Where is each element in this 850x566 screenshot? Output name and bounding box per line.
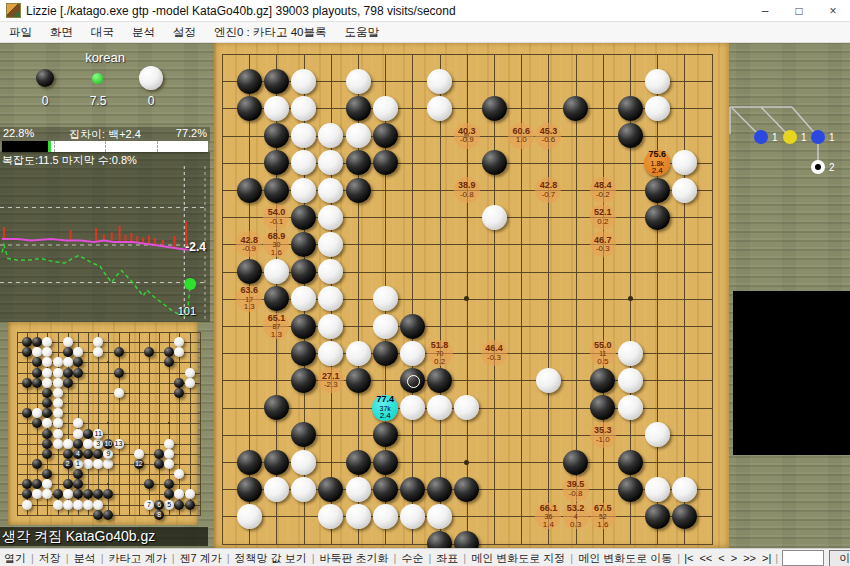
black-stone bbox=[154, 449, 164, 459]
black-stone bbox=[427, 368, 452, 393]
black-stone bbox=[73, 357, 83, 367]
black-stone bbox=[42, 408, 52, 418]
close-button[interactable]: × bbox=[816, 0, 850, 21]
white-stone bbox=[536, 368, 561, 393]
black-stone bbox=[164, 357, 174, 367]
black-stone bbox=[291, 368, 316, 393]
black-stone bbox=[318, 477, 343, 502]
variation-subboard[interactable]: 12345678910111213 bbox=[8, 322, 198, 525]
black-stone bbox=[93, 489, 103, 499]
black-stone bbox=[264, 123, 289, 148]
black-stone bbox=[264, 450, 289, 475]
candidate-move[interactable]: 48.4-0.2 bbox=[590, 177, 616, 203]
best-candidate-move[interactable]: 77.437k2.4 bbox=[372, 395, 398, 421]
candidate-move[interactable]: 45.3-0.6 bbox=[535, 123, 561, 149]
variation-stone: 12 bbox=[134, 459, 144, 469]
black-stone bbox=[42, 439, 52, 449]
variation-stone: 6 bbox=[154, 500, 164, 510]
candidate-move[interactable]: 65.1871.3 bbox=[263, 313, 289, 339]
black-stone bbox=[32, 378, 42, 388]
black-stone bbox=[164, 479, 174, 489]
white-stone bbox=[93, 459, 103, 469]
candidate-move[interactable]: 60.61.0 bbox=[508, 123, 534, 149]
black-stone bbox=[63, 449, 73, 459]
black-stone bbox=[114, 347, 124, 357]
black-stone bbox=[373, 123, 398, 148]
white-stone bbox=[134, 449, 144, 459]
grid-line bbox=[684, 54, 685, 545]
toolbar-button-4[interactable]: 젠7 계가 bbox=[176, 551, 226, 566]
candidate-move[interactable]: 35.3-1.0 bbox=[590, 422, 616, 448]
white-capture-count: 0 bbox=[136, 94, 166, 108]
black-stone bbox=[73, 368, 83, 378]
black-stone bbox=[645, 205, 670, 230]
white-stone bbox=[103, 459, 113, 469]
black-capture-count: 0 bbox=[30, 94, 60, 108]
white-stone bbox=[63, 357, 73, 367]
white-stone bbox=[32, 347, 42, 357]
winrate-bar-black bbox=[2, 141, 49, 152]
white-stone bbox=[73, 347, 83, 357]
main-go-board[interactable]: 40.3-0.960.61.045.3-0.638.9-0.842.8-0.74… bbox=[214, 42, 729, 548]
white-stone bbox=[63, 439, 73, 449]
black-stone bbox=[174, 378, 184, 388]
toolbar-button-2[interactable]: 분석 bbox=[70, 551, 100, 566]
black-stone bbox=[103, 510, 113, 520]
white-stone bbox=[174, 337, 184, 347]
white-stone bbox=[373, 96, 398, 121]
nav-button-2[interactable]: < bbox=[715, 552, 727, 564]
menu-item-4[interactable]: 설정 bbox=[164, 25, 205, 40]
variation-stone: 11 bbox=[93, 429, 103, 439]
grid-line bbox=[222, 516, 713, 517]
grid-line bbox=[119, 332, 120, 516]
candidate-move[interactable]: 52.10.2 bbox=[590, 204, 616, 230]
bottom-toolbar: 열기|저장|분석|카타고 계가|젠7 계가|정책망 값 보기|바둑판 초기화|수… bbox=[0, 548, 850, 566]
black-stone bbox=[144, 347, 154, 357]
white-stone bbox=[427, 96, 452, 121]
candidate-move[interactable]: 40.3-0.9 bbox=[454, 123, 480, 149]
candidate-move[interactable]: 53.240.3 bbox=[563, 503, 589, 529]
black-stone bbox=[346, 450, 371, 475]
black-stone bbox=[291, 232, 316, 257]
menu-item-2[interactable]: 대국 bbox=[82, 25, 123, 40]
black-stone bbox=[83, 449, 93, 459]
white-stone bbox=[83, 500, 93, 510]
white-stone bbox=[346, 504, 371, 529]
move-number-input[interactable] bbox=[782, 550, 824, 566]
toolbar-button-5[interactable]: 정책망 값 보기 bbox=[231, 551, 311, 566]
black-stone bbox=[42, 398, 52, 408]
black-stone bbox=[373, 341, 398, 366]
black-stone bbox=[237, 259, 262, 284]
variation-stone: 4 bbox=[73, 449, 83, 459]
candidate-move[interactable]: 42.8-0.7 bbox=[535, 177, 561, 203]
variation-tree[interactable]: 1112 bbox=[730, 42, 850, 292]
engine-status-label: 생각 켜짐 KataGo40b.gz bbox=[0, 527, 208, 546]
black-stone bbox=[93, 510, 103, 520]
black-stone bbox=[454, 477, 479, 502]
white-stone bbox=[427, 395, 452, 420]
white-stone bbox=[482, 205, 507, 230]
black-stone bbox=[346, 150, 371, 175]
black-stone bbox=[103, 489, 113, 499]
minimize-button[interactable]: – bbox=[748, 0, 782, 21]
white-stone bbox=[53, 388, 63, 398]
maximize-button[interactable]: □ bbox=[782, 0, 816, 21]
black-stone bbox=[672, 504, 697, 529]
black-stone bbox=[400, 477, 425, 502]
variation-stone: 9 bbox=[103, 449, 113, 459]
toolbar-button-0[interactable]: 열기 bbox=[0, 551, 30, 566]
toolbar-button-8[interactable]: 좌표 bbox=[432, 551, 462, 566]
black-stone bbox=[618, 123, 643, 148]
variation-stone: 3 bbox=[93, 439, 103, 449]
white-stone bbox=[164, 449, 174, 459]
black-stone bbox=[346, 178, 371, 203]
white-stone bbox=[618, 395, 643, 420]
white-stone bbox=[264, 477, 289, 502]
komi-dot bbox=[92, 73, 103, 84]
white-stone bbox=[42, 479, 52, 489]
grid-line bbox=[179, 332, 180, 516]
winrate-text-row: 22.8% 집차이: 백+2.4 77.2% bbox=[0, 127, 210, 141]
white-capture-stone bbox=[139, 66, 163, 90]
white-stone bbox=[400, 341, 425, 366]
candidate-move[interactable]: 63.6171.3 bbox=[236, 286, 262, 312]
white-stone bbox=[318, 314, 343, 339]
menu-item-6[interactable]: 도움말 bbox=[335, 25, 388, 40]
nav-button-5[interactable]: >| bbox=[759, 552, 774, 564]
white-stone bbox=[42, 378, 52, 388]
white-stone bbox=[427, 69, 452, 94]
white-stone bbox=[53, 368, 63, 378]
black-stone bbox=[264, 178, 289, 203]
white-stone bbox=[185, 489, 195, 499]
menu-item-1[interactable]: 화면 bbox=[41, 25, 82, 40]
black-stone bbox=[22, 378, 32, 388]
candidate-move[interactable]: 51.8700.2 bbox=[427, 340, 453, 366]
white-stone bbox=[400, 504, 425, 529]
white-stone bbox=[53, 378, 63, 388]
black-stone bbox=[590, 368, 615, 393]
black-stone bbox=[22, 489, 32, 499]
white-stone bbox=[53, 429, 63, 439]
white-stone bbox=[32, 408, 42, 418]
title-bar: Lizzie [./katago.exe gtp -model KataGo40… bbox=[0, 0, 850, 22]
star-point bbox=[464, 460, 469, 465]
white-stone bbox=[185, 378, 195, 388]
white-stone bbox=[373, 286, 398, 311]
black-stone bbox=[237, 96, 262, 121]
black-stone bbox=[42, 449, 52, 459]
white-stone bbox=[373, 504, 398, 529]
black-stone bbox=[291, 205, 316, 230]
candidate-move[interactable]: 39.5-0.8 bbox=[563, 476, 589, 502]
nav-button-3[interactable]: > bbox=[728, 552, 740, 564]
tree-node[interactable] bbox=[811, 130, 825, 144]
alt-candidate-move[interactable]: 75.61.8k2.4 bbox=[644, 150, 670, 176]
variation-stone: 10 bbox=[103, 439, 113, 449]
white-stone bbox=[164, 459, 174, 469]
black-stone bbox=[237, 178, 262, 203]
winrate-bar-tick bbox=[54, 141, 55, 152]
white-stone bbox=[291, 123, 316, 148]
rule-label: korean bbox=[0, 50, 210, 65]
grid-line bbox=[129, 332, 130, 516]
white-stone bbox=[318, 205, 343, 230]
grid-line bbox=[200, 332, 201, 516]
black-stone bbox=[346, 368, 371, 393]
white-stone bbox=[53, 439, 63, 449]
toolbar-button-9[interactable]: 메인 변화도로 지정 bbox=[467, 551, 569, 566]
white-stone bbox=[618, 368, 643, 393]
white-stone bbox=[318, 150, 343, 175]
black-stone bbox=[237, 477, 262, 502]
black-stone bbox=[427, 477, 452, 502]
black-capture-stone bbox=[36, 69, 54, 87]
last-move-marker bbox=[407, 375, 420, 388]
variation-stone: 8 bbox=[154, 510, 164, 520]
white-stone bbox=[672, 150, 697, 175]
black-stone bbox=[264, 286, 289, 311]
white-stone bbox=[22, 500, 32, 510]
grid-line bbox=[603, 54, 604, 545]
black-stone bbox=[22, 347, 32, 357]
app-icon bbox=[6, 3, 21, 18]
white-stone bbox=[318, 259, 343, 284]
nav-button-0[interactable]: |< bbox=[681, 552, 696, 564]
white-stone bbox=[346, 477, 371, 502]
white-stone bbox=[53, 418, 63, 428]
nav-button-1[interactable]: << bbox=[696, 552, 715, 564]
grid-line bbox=[159, 332, 160, 516]
grid-line bbox=[494, 54, 495, 545]
menu-item-3[interactable]: 분석 bbox=[123, 25, 164, 40]
white-stone bbox=[42, 368, 52, 378]
complexity-stats: 복잡도:11.5 마지막 수:0.8% bbox=[0, 152, 210, 168]
nav-button-4[interactable]: >> bbox=[740, 552, 759, 564]
toolbar-button-3[interactable]: 카타고 계가 bbox=[105, 551, 171, 566]
candidate-move[interactable]: 42.8-0.9 bbox=[236, 231, 262, 257]
white-stone bbox=[93, 347, 103, 357]
white-stone bbox=[373, 314, 398, 339]
white-stone bbox=[174, 489, 184, 499]
white-stone bbox=[53, 357, 63, 367]
white-stone bbox=[318, 232, 343, 257]
grid-line bbox=[712, 54, 713, 545]
star-point bbox=[464, 296, 469, 301]
white-stone bbox=[291, 178, 316, 203]
white-stone bbox=[32, 489, 42, 499]
graph-move-number: 101 bbox=[178, 305, 196, 317]
black-stone bbox=[645, 178, 670, 203]
winrate-bar-tick bbox=[157, 141, 158, 152]
menu-item-5[interactable]: 엔진0 : 카타고 40블록 bbox=[205, 25, 335, 40]
white-stone bbox=[645, 422, 670, 447]
black-stone bbox=[291, 422, 316, 447]
black-stone bbox=[174, 388, 184, 398]
white-stone bbox=[185, 368, 195, 378]
grid-line bbox=[190, 332, 191, 516]
white-stone bbox=[53, 500, 63, 510]
black-stone bbox=[144, 479, 154, 489]
black-stone bbox=[42, 469, 52, 479]
black-stone bbox=[264, 150, 289, 175]
variation-stone: 7 bbox=[144, 500, 154, 510]
variation-stone: 13 bbox=[114, 439, 124, 449]
white-stone bbox=[73, 429, 83, 439]
black-stone bbox=[237, 69, 262, 94]
comment-area bbox=[733, 291, 850, 455]
black-stone bbox=[63, 368, 73, 378]
white-stone bbox=[318, 341, 343, 366]
white-stone bbox=[291, 450, 316, 475]
white-stone bbox=[427, 504, 452, 529]
white-stone bbox=[400, 395, 425, 420]
svg-text:2: 2 bbox=[829, 162, 835, 173]
tree-node[interactable] bbox=[815, 164, 821, 170]
white-stone bbox=[346, 69, 371, 94]
toolbar-button-1[interactable]: 저장 bbox=[35, 551, 65, 566]
white-stone bbox=[174, 469, 184, 479]
winrate-bar-marker bbox=[48, 141, 51, 152]
white-stone bbox=[346, 341, 371, 366]
black-stone bbox=[237, 450, 262, 475]
go-to-move-button[interactable]: 이동 bbox=[829, 550, 850, 566]
white-stone bbox=[83, 439, 93, 449]
black-stone bbox=[32, 357, 42, 367]
menu-item-0[interactable]: 파일 bbox=[0, 25, 41, 40]
white-stone bbox=[73, 500, 83, 510]
black-stone bbox=[114, 368, 124, 378]
candidate-move[interactable]: 66.1361.4 bbox=[535, 503, 561, 529]
candidate-move[interactable]: 54.0-0.1 bbox=[263, 204, 289, 230]
white-stone bbox=[63, 500, 73, 510]
graph-score-label: -2.4 bbox=[185, 240, 206, 254]
svg-text:1: 1 bbox=[772, 132, 778, 143]
variation-stone: 1 bbox=[73, 459, 83, 469]
black-stone bbox=[32, 459, 42, 469]
black-stone bbox=[373, 150, 398, 175]
black-stone bbox=[32, 337, 42, 347]
white-stone bbox=[53, 408, 63, 418]
white-stone bbox=[264, 96, 289, 121]
toolbar-button-7[interactable]: 수순 bbox=[397, 551, 427, 566]
variation-stone: 5 bbox=[164, 500, 174, 510]
black-stone bbox=[73, 469, 83, 479]
black-stone bbox=[93, 449, 103, 459]
black-stone bbox=[164, 347, 174, 357]
white-stone bbox=[672, 477, 697, 502]
tree-node[interactable] bbox=[754, 130, 768, 144]
black-stone bbox=[63, 479, 73, 489]
game-info-panel: korean 0 7.5 0 bbox=[0, 42, 210, 127]
white-stone bbox=[645, 96, 670, 121]
white-stone bbox=[42, 489, 52, 499]
black-stone bbox=[53, 489, 63, 499]
white-stone bbox=[318, 178, 343, 203]
white-stone bbox=[291, 286, 316, 311]
black-stone bbox=[73, 479, 83, 489]
window-title: Lizzie [./katago.exe gtp -model KataGo40… bbox=[26, 4, 456, 18]
black-stone bbox=[563, 450, 588, 475]
white-stone bbox=[42, 357, 52, 367]
toolbar-separator: | bbox=[774, 552, 779, 564]
white-stone bbox=[42, 347, 52, 357]
black-stone bbox=[618, 477, 643, 502]
white-stone bbox=[291, 69, 316, 94]
candidate-move[interactable]: 46.7-0.3 bbox=[590, 231, 616, 257]
white-stone bbox=[672, 178, 697, 203]
white-stone bbox=[318, 123, 343, 148]
black-stone bbox=[291, 259, 316, 284]
black-stone bbox=[83, 489, 93, 499]
white-stone bbox=[291, 477, 316, 502]
candidate-move[interactable]: 55.0110.5 bbox=[590, 340, 616, 366]
graph-plot bbox=[0, 152, 210, 322]
candidate-move[interactable]: 68.9301.6 bbox=[263, 231, 289, 257]
black-stone bbox=[482, 96, 507, 121]
black-stone bbox=[482, 150, 507, 175]
candidate-move[interactable]: 67.5521.6 bbox=[590, 503, 616, 529]
black-stone bbox=[563, 96, 588, 121]
black-stone bbox=[264, 69, 289, 94]
toolbar-button-10[interactable]: 메인 변화도로 이동 bbox=[574, 551, 676, 566]
winrate-bar-tick bbox=[105, 141, 106, 152]
white-stone bbox=[318, 504, 343, 529]
lizzie-window: { "window": { "title": "Lizzie [./katago… bbox=[0, 0, 850, 566]
star-point bbox=[628, 296, 633, 301]
black-stone bbox=[22, 337, 32, 347]
tree-node[interactable] bbox=[783, 130, 797, 144]
candidate-move[interactable]: 38.9-0.8 bbox=[454, 177, 480, 203]
variation-stone: 2 bbox=[63, 459, 73, 469]
svg-text:1: 1 bbox=[801, 132, 807, 143]
white-stone bbox=[618, 341, 643, 366]
winrate-graph[interactable]: 복잡도:11.5 마지막 수:0.8% -2.4 101 bbox=[0, 152, 210, 322]
white-stone bbox=[114, 388, 124, 398]
white-stone bbox=[42, 337, 52, 347]
white-stone bbox=[645, 477, 670, 502]
white-stone bbox=[164, 439, 174, 449]
black-stone bbox=[83, 429, 93, 439]
winrate-bar bbox=[2, 141, 208, 152]
candidate-move[interactable]: 46.4-0.3 bbox=[481, 340, 507, 366]
black-stone bbox=[645, 504, 670, 529]
white-stone bbox=[42, 418, 52, 428]
toolbar-button-6[interactable]: 바둑판 초기화 bbox=[316, 551, 393, 566]
white-stone bbox=[83, 459, 93, 469]
black-stone bbox=[73, 439, 83, 449]
candidate-move[interactable]: 27.1-2.3 bbox=[318, 367, 344, 393]
white-stone bbox=[264, 259, 289, 284]
white-stone bbox=[53, 398, 63, 408]
black-stone bbox=[22, 408, 32, 418]
white-stone bbox=[318, 286, 343, 311]
black-stone bbox=[32, 479, 42, 489]
black-stone bbox=[291, 341, 316, 366]
white-stone bbox=[63, 337, 73, 347]
black-stone bbox=[32, 418, 42, 428]
white-stone bbox=[291, 96, 316, 121]
komi-value: 7.5 bbox=[83, 94, 113, 108]
black-stone bbox=[373, 422, 398, 447]
black-stone bbox=[400, 314, 425, 339]
white-winrate: 77.2% bbox=[176, 127, 207, 139]
black-stone bbox=[291, 314, 316, 339]
grid-line bbox=[139, 332, 140, 516]
